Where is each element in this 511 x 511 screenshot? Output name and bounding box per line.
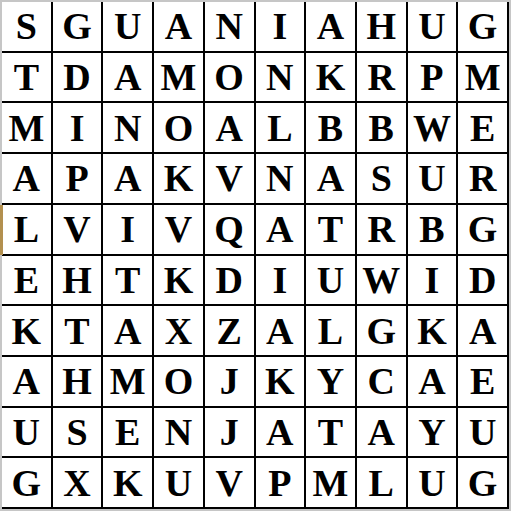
grid-cell[interactable]: K: [103, 458, 154, 509]
grid-cell[interactable]: S: [357, 154, 408, 205]
grid-cell[interactable]: N: [256, 53, 307, 104]
grid-cell[interactable]: R: [458, 154, 509, 205]
word-search-grid: SGUANIAHUGTDAMONKRPMMINOALBBWEAPAKVNASUR…: [2, 2, 509, 509]
grid-cell[interactable]: N: [205, 2, 256, 53]
grid-cell[interactable]: Z: [205, 306, 256, 357]
grid-cell[interactable]: U: [458, 408, 509, 459]
grid-cell[interactable]: V: [53, 205, 104, 256]
grid-cell[interactable]: G: [2, 458, 53, 509]
grid-cell[interactable]: S: [53, 408, 104, 459]
grid-cell[interactable]: A: [458, 306, 509, 357]
grid-cell[interactable]: A: [154, 2, 205, 53]
grid-cell[interactable]: K: [408, 306, 459, 357]
grid-cell[interactable]: R: [357, 53, 408, 104]
grid-cell[interactable]: B: [408, 205, 459, 256]
grid-cell[interactable]: A: [306, 2, 357, 53]
grid-cell[interactable]: R: [357, 205, 408, 256]
grid-cell[interactable]: M: [154, 53, 205, 104]
grid-cell[interactable]: U: [103, 2, 154, 53]
grid-cell[interactable]: L: [306, 306, 357, 357]
grid-cell[interactable]: A: [205, 103, 256, 154]
grid-cell[interactable]: K: [154, 154, 205, 205]
grid-cell[interactable]: A: [306, 154, 357, 205]
grid-cell[interactable]: E: [458, 103, 509, 154]
grid-cell[interactable]: U: [408, 2, 459, 53]
grid-cell[interactable]: T: [103, 256, 154, 307]
grid-cell[interactable]: O: [205, 53, 256, 104]
grid-cell[interactable]: E: [2, 256, 53, 307]
grid-cell[interactable]: A: [357, 408, 408, 459]
grid-cell[interactable]: N: [103, 103, 154, 154]
grid-cell[interactable]: A: [103, 306, 154, 357]
grid-cell[interactable]: I: [256, 256, 307, 307]
grid-cell[interactable]: G: [357, 306, 408, 357]
grid-cell[interactable]: J: [205, 357, 256, 408]
grid-cell[interactable]: U: [2, 408, 53, 459]
grid-cell[interactable]: Y: [408, 408, 459, 459]
grid-cell[interactable]: K: [154, 256, 205, 307]
grid-cell[interactable]: U: [306, 256, 357, 307]
grid-cell[interactable]: A: [408, 357, 459, 408]
grid-cell[interactable]: G: [458, 458, 509, 509]
grid-cell[interactable]: W: [357, 256, 408, 307]
row5-left-highlight-stripe: [0, 205, 3, 255]
grid-cell[interactable]: K: [2, 306, 53, 357]
grid-cell[interactable]: U: [154, 458, 205, 509]
grid-cell[interactable]: H: [53, 357, 104, 408]
word-search-board: SGUANIAHUGTDAMONKRPMMINOALBBWEAPAKVNASUR…: [0, 0, 511, 511]
grid-cell[interactable]: I: [53, 103, 104, 154]
grid-cell[interactable]: W: [408, 103, 459, 154]
grid-cell[interactable]: T: [2, 53, 53, 104]
grid-cell[interactable]: L: [256, 103, 307, 154]
grid-cell[interactable]: E: [458, 357, 509, 408]
grid-cell[interactable]: V: [154, 205, 205, 256]
grid-cell[interactable]: M: [306, 458, 357, 509]
grid-cell[interactable]: O: [154, 357, 205, 408]
grid-cell[interactable]: H: [53, 256, 104, 307]
grid-cell[interactable]: V: [205, 154, 256, 205]
grid-cell[interactable]: P: [256, 458, 307, 509]
grid-cell[interactable]: A: [2, 357, 53, 408]
grid-cell[interactable]: O: [154, 103, 205, 154]
grid-cell[interactable]: L: [357, 458, 408, 509]
grid-cell[interactable]: I: [103, 205, 154, 256]
grid-cell[interactable]: K: [256, 357, 307, 408]
grid-cell[interactable]: T: [306, 205, 357, 256]
grid-cell[interactable]: A: [2, 154, 53, 205]
grid-cell[interactable]: G: [53, 2, 104, 53]
grid-cell[interactable]: T: [53, 306, 104, 357]
grid-cell[interactable]: A: [256, 306, 307, 357]
grid-cell[interactable]: M: [458, 53, 509, 104]
grid-cell[interactable]: B: [357, 103, 408, 154]
grid-cell[interactable]: D: [53, 53, 104, 104]
grid-cell[interactable]: D: [458, 256, 509, 307]
grid-cell[interactable]: M: [2, 103, 53, 154]
grid-cell[interactable]: J: [205, 408, 256, 459]
grid-cell[interactable]: X: [154, 306, 205, 357]
grid-cell[interactable]: D: [205, 256, 256, 307]
grid-cell[interactable]: H: [357, 2, 408, 53]
grid-cell[interactable]: A: [103, 53, 154, 104]
grid-cell[interactable]: B: [306, 103, 357, 154]
grid-cell[interactable]: Y: [306, 357, 357, 408]
grid-cell[interactable]: A: [256, 205, 307, 256]
grid-cell[interactable]: N: [256, 154, 307, 205]
grid-cell[interactable]: A: [256, 408, 307, 459]
grid-cell[interactable]: G: [458, 2, 509, 53]
grid-cell[interactable]: L: [2, 205, 53, 256]
grid-cell[interactable]: X: [53, 458, 104, 509]
grid-cell[interactable]: C: [357, 357, 408, 408]
grid-cell[interactable]: N: [154, 408, 205, 459]
grid-cell[interactable]: I: [408, 256, 459, 307]
grid-cell[interactable]: P: [408, 53, 459, 104]
grid-cell[interactable]: S: [2, 2, 53, 53]
grid-cell[interactable]: T: [306, 408, 357, 459]
grid-cell[interactable]: U: [408, 458, 459, 509]
grid-cell[interactable]: I: [256, 2, 307, 53]
grid-cell[interactable]: A: [103, 154, 154, 205]
grid-cell[interactable]: U: [408, 154, 459, 205]
grid-cell[interactable]: G: [458, 205, 509, 256]
grid-cell[interactable]: K: [306, 53, 357, 104]
grid-cell[interactable]: Q: [205, 205, 256, 256]
grid-cell[interactable]: E: [103, 408, 154, 459]
grid-cell[interactable]: P: [53, 154, 104, 205]
grid-cell[interactable]: V: [205, 458, 256, 509]
grid-cell[interactable]: M: [103, 357, 154, 408]
